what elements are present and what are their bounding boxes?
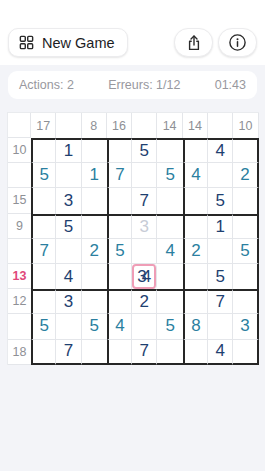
sudoku-cell[interactable]: 5 (157, 163, 182, 188)
row-sum-label: 10 (8, 138, 31, 163)
sudoku-cell[interactable]: 5 (82, 314, 107, 339)
sudoku-cell[interactable] (31, 188, 56, 213)
sudoku-cell[interactable]: 5 (56, 214, 81, 239)
sudoku-cell[interactable] (233, 264, 258, 289)
sudoku-cell[interactable] (183, 214, 208, 239)
row-sum-label (8, 239, 31, 264)
sudoku-cell[interactable]: 7 (132, 340, 157, 365)
sudoku-cell[interactable] (107, 214, 132, 239)
sudoku-cell[interactable] (183, 340, 208, 365)
status-bar: Actions: 2 Erreurs: 1/12 01:43 (8, 71, 257, 99)
sudoku-cell[interactable] (183, 289, 208, 314)
col-sum-label: 8 (82, 113, 107, 138)
info-button[interactable] (218, 28, 257, 57)
sudoku-cell[interactable] (157, 264, 182, 289)
col-sum-label: 10 (233, 113, 258, 138)
sudoku-cell[interactable] (208, 314, 233, 339)
sudoku-cell[interactable]: 7 (56, 340, 81, 365)
sudoku-cell[interactable]: 7 (208, 289, 233, 314)
sudoku-cell[interactable] (233, 289, 258, 314)
header: New Game (0, 0, 265, 65)
sudoku-cell[interactable] (107, 138, 132, 163)
col-sum-label (208, 113, 233, 138)
row-sum-label: 12 (8, 289, 31, 314)
sudoku-cell[interactable] (233, 188, 258, 213)
sudoku-cell[interactable] (56, 163, 81, 188)
sudoku-cell[interactable] (82, 188, 107, 213)
sudoku-cell[interactable]: 1 (208, 214, 233, 239)
board-corner (8, 113, 31, 138)
sudoku-cell[interactable]: 7 (132, 188, 157, 213)
sudoku-cell[interactable]: 2 (233, 163, 258, 188)
row-sum-label: 9 (8, 214, 31, 239)
sudoku-cell[interactable]: 5 (107, 239, 132, 264)
sudoku-cell[interactable]: 2 (183, 239, 208, 264)
sudoku-cell[interactable] (82, 264, 107, 289)
row-sum-label: 13 (8, 264, 31, 289)
sudoku-cell[interactable]: 8 (183, 314, 208, 339)
sudoku-cell[interactable] (31, 214, 56, 239)
sudoku-cell[interactable]: 5 (31, 163, 56, 188)
sudoku-cell[interactable] (233, 214, 258, 239)
sudoku-cell[interactable]: 5 (31, 314, 56, 339)
sudoku-cell[interactable]: 2 (132, 289, 157, 314)
sudoku-cell[interactable] (107, 188, 132, 213)
sudoku-cell[interactable] (31, 289, 56, 314)
sudoku-cell[interactable]: 4 (107, 314, 132, 339)
sudoku-cell[interactable]: 5 (233, 239, 258, 264)
sudoku-cell[interactable]: 4 (208, 138, 233, 163)
sudoku-cell[interactable] (31, 340, 56, 365)
sudoku-cell[interactable] (157, 138, 182, 163)
sudoku-cell[interactable] (82, 289, 107, 314)
col-sum-label: 17 (31, 113, 56, 138)
sudoku-cell[interactable] (82, 214, 107, 239)
sudoku-cell[interactable]: 34 (132, 264, 157, 289)
sudoku-cell[interactable]: 5 (208, 188, 233, 213)
sudoku-cell[interactable]: 3 (132, 214, 157, 239)
sudoku-cell[interactable] (31, 264, 56, 289)
col-sum-label: 16 (107, 113, 132, 138)
sudoku-cell[interactable] (208, 163, 233, 188)
sudoku-cell[interactable] (233, 138, 258, 163)
toolbar-right (174, 28, 257, 57)
sudoku-cell[interactable] (82, 340, 107, 365)
sudoku-cell[interactable] (132, 314, 157, 339)
row-sum-label: 15 (8, 188, 31, 213)
row-sum-label (8, 314, 31, 339)
sudoku-cell[interactable] (107, 289, 132, 314)
col-sum-label (132, 113, 157, 138)
sudoku-cell[interactable] (56, 239, 81, 264)
sudoku-cell[interactable]: 7 (31, 239, 56, 264)
sudoku-board: 1781614141010154517542153759531725425134… (7, 112, 259, 365)
sudoku-cell[interactable] (157, 188, 182, 213)
sudoku-cell[interactable]: 5 (132, 138, 157, 163)
sudoku-cell[interactable]: 1 (56, 138, 81, 163)
sudoku-cell[interactable] (157, 214, 182, 239)
timer: 01:43 (215, 78, 246, 92)
sudoku-cell[interactable] (56, 314, 81, 339)
sudoku-cell[interactable]: 2 (82, 239, 107, 264)
sudoku-cell[interactable] (157, 289, 182, 314)
sudoku-cell[interactable]: 1 (82, 163, 107, 188)
sudoku-cell[interactable]: 4 (157, 239, 182, 264)
row-sum-label (8, 163, 31, 188)
sudoku-cell[interactable]: 4 (208, 340, 233, 365)
sudoku-cell[interactable]: 3 (56, 289, 81, 314)
sudoku-cell[interactable] (233, 340, 258, 365)
sudoku-cell[interactable] (107, 264, 132, 289)
sudoku-cell[interactable]: 4 (183, 163, 208, 188)
grid-icon (18, 34, 35, 51)
sudoku-cell[interactable] (31, 138, 56, 163)
actions-count: Actions: 2 (19, 78, 74, 92)
new-game-label: New Game (42, 35, 115, 51)
new-game-button[interactable]: New Game (8, 28, 128, 57)
toolbar: New Game (8, 28, 257, 57)
sudoku-cell[interactable]: 7 (107, 163, 132, 188)
sudoku-cell[interactable] (183, 188, 208, 213)
share-button[interactable] (174, 28, 213, 57)
sudoku-cell[interactable] (132, 239, 157, 264)
sudoku-cell[interactable]: 3 (233, 314, 258, 339)
col-sum-label (56, 113, 81, 138)
share-icon (185, 34, 203, 52)
sudoku-cell[interactable]: 5 (208, 264, 233, 289)
sudoku-cell[interactable] (183, 138, 208, 163)
errors-count: Erreurs: 1/12 (108, 78, 180, 92)
sudoku-cell[interactable] (82, 138, 107, 163)
sudoku-cell[interactable] (208, 239, 233, 264)
sudoku-cell[interactable] (132, 163, 157, 188)
sudoku-cell[interactable] (183, 264, 208, 289)
sudoku-cell[interactable]: 5 (157, 314, 182, 339)
sudoku-cell[interactable] (107, 340, 132, 365)
col-sum-label: 14 (183, 113, 208, 138)
sudoku-cell[interactable] (157, 340, 182, 365)
sudoku-cell[interactable]: 3 (56, 188, 81, 213)
info-icon (228, 33, 247, 52)
row-sum-label: 18 (8, 340, 31, 365)
col-sum-label: 14 (157, 113, 182, 138)
sudoku-cell[interactable]: 4 (56, 264, 81, 289)
